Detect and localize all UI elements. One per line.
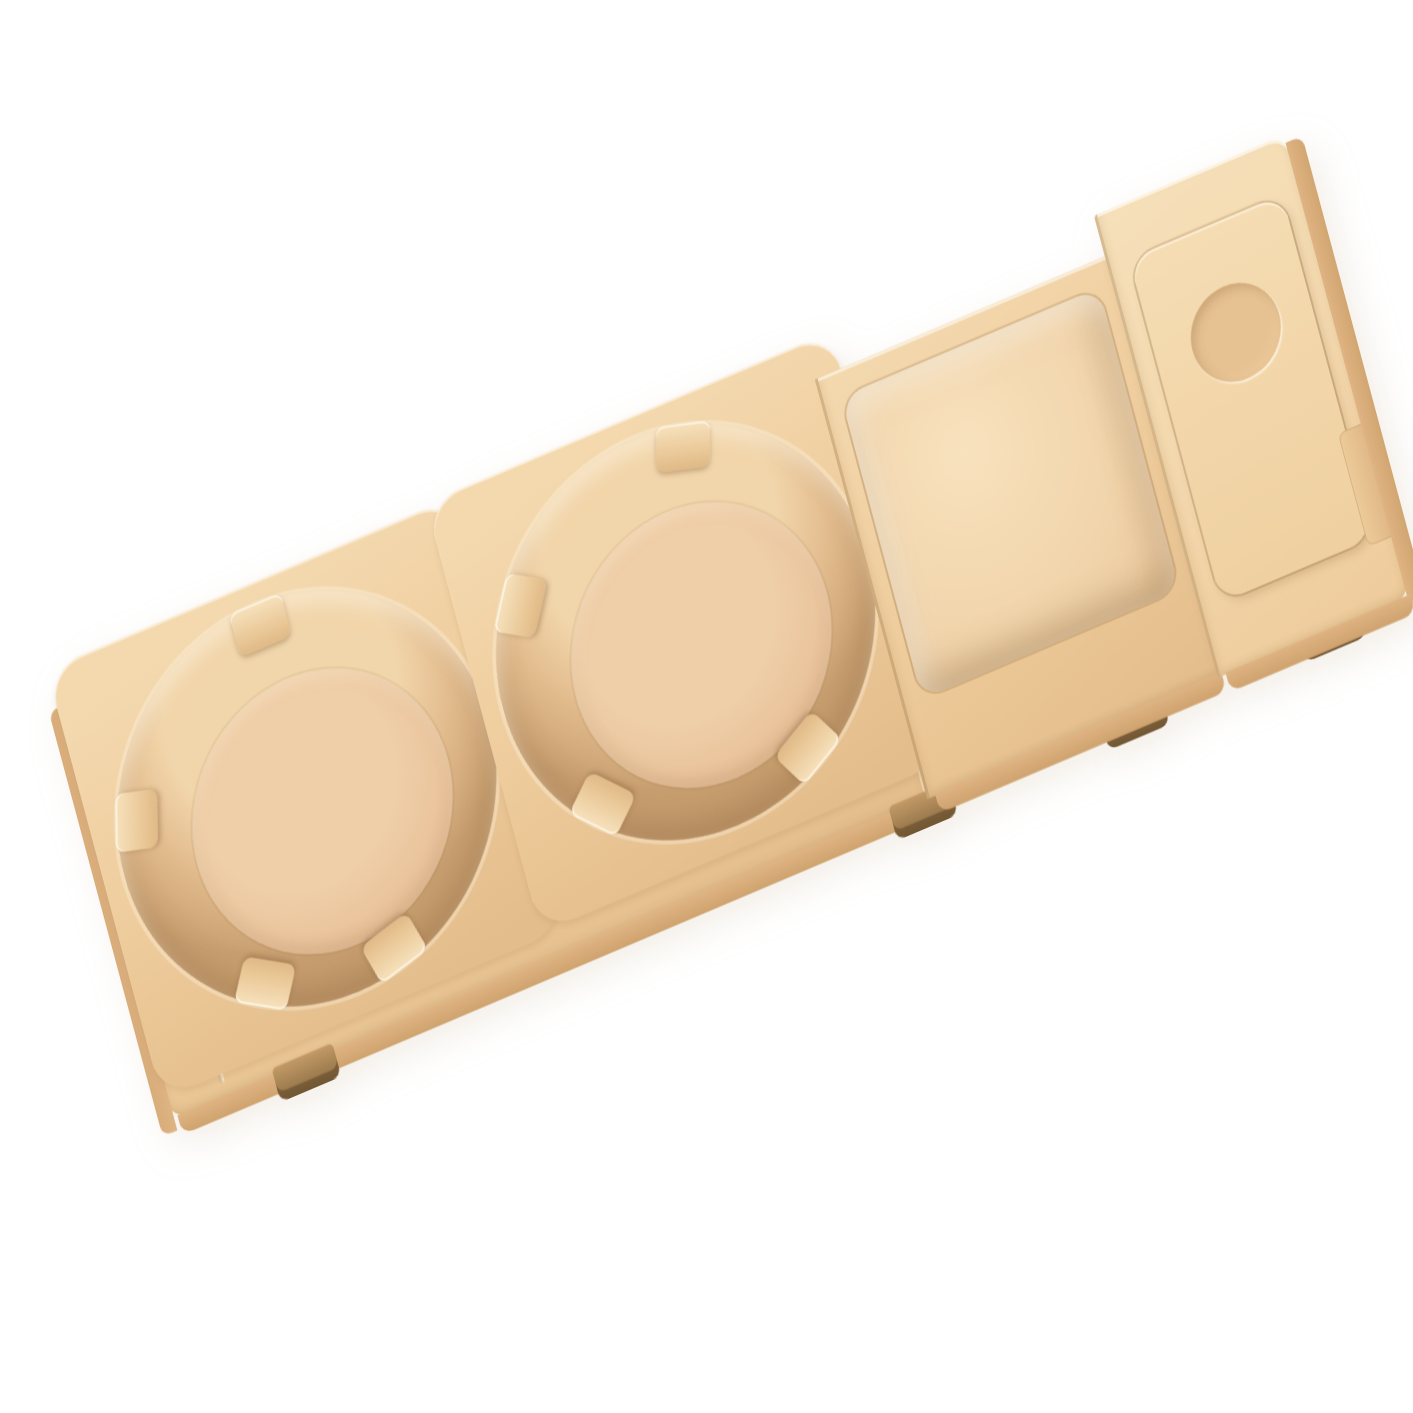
retainer-tab (494, 573, 548, 638)
retainer-tab (229, 592, 292, 657)
retainer-tab (569, 771, 636, 837)
retainer-tab (656, 420, 710, 473)
lid-front-edge (1225, 594, 1413, 692)
coin-tray-front-edge (935, 672, 1227, 813)
thumb-dimple (1180, 268, 1291, 396)
photo-background (0, 0, 1413, 1413)
retainer-tab (115, 789, 158, 853)
cup-holder-unit (60, 176, 1406, 1119)
retainer-tab (234, 956, 296, 1010)
left-cup-floor (162, 625, 483, 997)
faceplate-module (60, 380, 927, 1120)
